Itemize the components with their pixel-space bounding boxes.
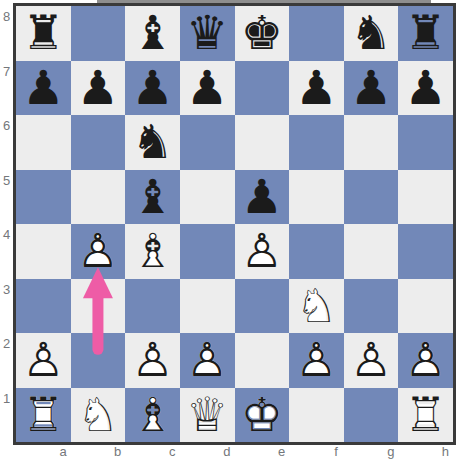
rank-label-3: 3 (0, 282, 13, 297)
piece-white-rook-a1[interactable]: ♜♖ (16, 388, 70, 442)
square-d1[interactable]: ♛♕ (180, 388, 235, 443)
piece-black-bishop-c8[interactable]: ♝ (126, 6, 180, 60)
square-f5[interactable] (289, 170, 344, 225)
piece-black-pawn-b7[interactable]: ♟ (71, 61, 125, 115)
square-c5[interactable]: ♝ (125, 170, 180, 225)
piece-black-rook-a8[interactable]: ♜ (16, 6, 70, 60)
piece-black-pawn-e5[interactable]: ♟ (235, 170, 289, 224)
square-c2[interactable]: ♟♙ (125, 333, 180, 388)
white-piece-outline: ♙ (235, 224, 289, 278)
square-h4[interactable] (398, 224, 453, 279)
square-e3[interactable] (235, 279, 290, 334)
square-a1[interactable]: ♜♖ (16, 388, 71, 443)
piece-white-pawn-f2[interactable]: ♟♙ (289, 333, 343, 387)
square-b6[interactable] (71, 115, 126, 170)
square-e7[interactable] (235, 61, 290, 116)
square-d7[interactable]: ♟ (180, 61, 235, 116)
square-h7[interactable]: ♟ (398, 61, 453, 116)
square-d2[interactable]: ♟♙ (180, 333, 235, 388)
square-a6[interactable] (16, 115, 71, 170)
piece-black-pawn-f7[interactable]: ♟ (289, 61, 343, 115)
square-b4[interactable]: ♟♙ (71, 224, 126, 279)
piece-white-bishop-c1[interactable]: ♝♗ (126, 388, 180, 442)
rank-label-6: 6 (0, 118, 13, 133)
rank-label-7: 7 (0, 64, 13, 79)
piece-white-queen-d1[interactable]: ♛♕ (180, 388, 234, 442)
piece-white-pawn-d2[interactable]: ♟♙ (180, 333, 234, 387)
piece-black-knight-g8[interactable]: ♞ (344, 6, 398, 60)
square-h3[interactable] (398, 279, 453, 334)
piece-white-king-e1[interactable]: ♚♔ (235, 388, 289, 442)
square-e5[interactable]: ♟ (235, 170, 290, 225)
rank-label-1: 1 (0, 391, 13, 406)
piece-black-rook-h8[interactable]: ♜ (399, 6, 453, 60)
rank-label-4: 4 (0, 227, 13, 242)
square-f3[interactable]: ♞♘ (289, 279, 344, 334)
piece-black-bishop-c5[interactable]: ♝ (126, 170, 180, 224)
square-e6[interactable] (235, 115, 290, 170)
square-d5[interactable] (180, 170, 235, 225)
square-d6[interactable] (180, 115, 235, 170)
square-b5[interactable] (71, 170, 126, 225)
piece-white-pawn-a2[interactable]: ♟♙ (16, 333, 70, 387)
square-g2[interactable]: ♟♙ (344, 333, 399, 388)
file-label-g: g (364, 444, 418, 460)
piece-black-pawn-d7[interactable]: ♟ (180, 61, 234, 115)
square-c4[interactable]: ♝♗ (125, 224, 180, 279)
white-piece-outline: ♘ (289, 279, 343, 333)
piece-black-pawn-c7[interactable]: ♟ (126, 61, 180, 115)
square-f1[interactable] (289, 388, 344, 443)
piece-white-pawn-b4[interactable]: ♟♙ (71, 224, 125, 278)
piece-black-queen-d8[interactable]: ♛ (180, 6, 234, 60)
square-e4[interactable]: ♟♙ (235, 224, 290, 279)
white-piece-outline: ♔ (235, 388, 289, 442)
square-d3[interactable] (180, 279, 235, 334)
square-b8[interactable] (71, 6, 126, 61)
square-a7[interactable]: ♟ (16, 61, 71, 116)
chess-board: ♜♝♛♚♞♜♟♟♟♟♟♟♟♞♝♟♟♙♝♗♟♙♞♘♟♙♟♙♟♙♟♙♟♙♟♙♜♖♞♘… (13, 3, 456, 445)
square-e2[interactable] (235, 333, 290, 388)
square-g3[interactable] (344, 279, 399, 334)
square-h5[interactable] (398, 170, 453, 225)
white-piece-outline: ♕ (180, 388, 234, 442)
rank-label-5: 5 (0, 173, 13, 188)
square-g6[interactable] (344, 115, 399, 170)
file-label-h: h (418, 444, 460, 460)
square-b3[interactable] (71, 279, 126, 334)
piece-white-pawn-g2[interactable]: ♟♙ (344, 333, 398, 387)
piece-white-knight-f3[interactable]: ♞♘ (289, 279, 343, 333)
piece-black-pawn-g7[interactable]: ♟ (344, 61, 398, 115)
square-c1[interactable]: ♝♗ (125, 388, 180, 443)
white-piece-outline: ♘ (71, 388, 125, 442)
piece-white-pawn-e4[interactable]: ♟♙ (235, 224, 289, 278)
square-a4[interactable] (16, 224, 71, 279)
square-g4[interactable] (344, 224, 399, 279)
rank-label-8: 8 (0, 9, 13, 24)
square-a3[interactable] (16, 279, 71, 334)
square-h8[interactable]: ♜ (398, 6, 453, 61)
file-label-a: a (36, 444, 90, 460)
white-piece-outline: ♖ (399, 388, 453, 442)
square-e1[interactable]: ♚♔ (235, 388, 290, 443)
square-a8[interactable]: ♜ (16, 6, 71, 61)
square-g1[interactable] (344, 388, 399, 443)
piece-black-king-e8[interactable]: ♚ (235, 6, 289, 60)
piece-black-pawn-h7[interactable]: ♟ (399, 61, 453, 115)
white-piece-outline: ♙ (289, 333, 343, 387)
white-piece-outline: ♖ (16, 388, 70, 442)
square-g7[interactable]: ♟ (344, 61, 399, 116)
square-f2[interactable]: ♟♙ (289, 333, 344, 388)
piece-white-pawn-c2[interactable]: ♟♙ (126, 333, 180, 387)
piece-black-knight-c6[interactable]: ♞ (126, 115, 180, 169)
square-g5[interactable] (344, 170, 399, 225)
white-piece-outline: ♙ (71, 224, 125, 278)
white-piece-outline: ♙ (399, 333, 453, 387)
square-f8[interactable] (289, 6, 344, 61)
file-label-d: d (200, 444, 254, 460)
rank-label-2: 2 (0, 336, 13, 351)
white-piece-outline: ♙ (16, 333, 70, 387)
square-d8[interactable]: ♛ (180, 6, 235, 61)
square-h6[interactable] (398, 115, 453, 170)
square-b1[interactable]: ♞♘ (71, 388, 126, 443)
file-label-e: e (255, 444, 309, 460)
piece-white-knight-b1[interactable]: ♞♘ (71, 388, 125, 442)
piece-black-pawn-a7[interactable]: ♟ (16, 61, 70, 115)
square-c6[interactable]: ♞ (125, 115, 180, 170)
square-d4[interactable] (180, 224, 235, 279)
piece-white-rook-h1[interactable]: ♜♖ (399, 388, 453, 442)
file-label-b: b (91, 444, 145, 460)
square-c7[interactable]: ♟ (125, 61, 180, 116)
square-h1[interactable]: ♜♖ (398, 388, 453, 443)
square-f7[interactable]: ♟ (289, 61, 344, 116)
square-b7[interactable]: ♟ (71, 61, 126, 116)
board-panel: ♜♝♛♚♞♜♟♟♟♟♟♟♟♞♝♟♟♙♝♗♟♙♞♘♟♙♟♙♟♙♟♙♟♙♟♙♜♖♞♘… (0, 0, 460, 461)
white-piece-outline: ♙ (180, 333, 234, 387)
square-e8[interactable]: ♚ (235, 6, 290, 61)
white-piece-outline: ♗ (126, 388, 180, 442)
piece-white-bishop-c4[interactable]: ♝♗ (126, 224, 180, 278)
square-b2[interactable] (71, 333, 126, 388)
square-g8[interactable]: ♞ (344, 6, 399, 61)
square-c8[interactable]: ♝ (125, 6, 180, 61)
square-c3[interactable] (125, 279, 180, 334)
square-h2[interactable]: ♟♙ (398, 333, 453, 388)
white-piece-outline: ♙ (344, 333, 398, 387)
white-piece-outline: ♗ (126, 224, 180, 278)
piece-white-pawn-h2[interactable]: ♟♙ (399, 333, 453, 387)
square-f4[interactable] (289, 224, 344, 279)
square-f6[interactable] (289, 115, 344, 170)
file-label-c: c (145, 444, 199, 460)
file-label-f: f (309, 444, 363, 460)
square-a2[interactable]: ♟♙ (16, 333, 71, 388)
square-a5[interactable] (16, 170, 71, 225)
white-piece-outline: ♙ (126, 333, 180, 387)
